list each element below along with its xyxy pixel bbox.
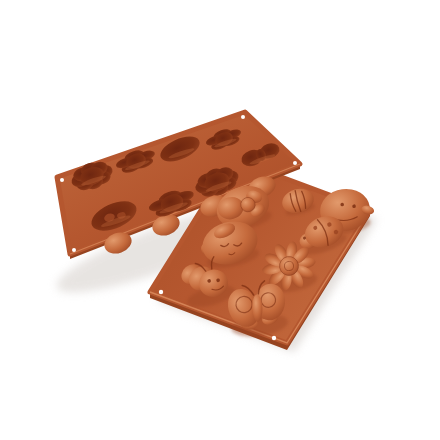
hanging-hole: [272, 336, 276, 340]
hanging-hole: [293, 161, 297, 165]
hanging-hole: [159, 290, 163, 294]
hanging-hole: [241, 115, 245, 119]
product-photo: [0, 0, 440, 440]
molds-scene: [0, 0, 440, 440]
hanging-hole: [60, 178, 64, 182]
hanging-hole: [72, 248, 76, 252]
